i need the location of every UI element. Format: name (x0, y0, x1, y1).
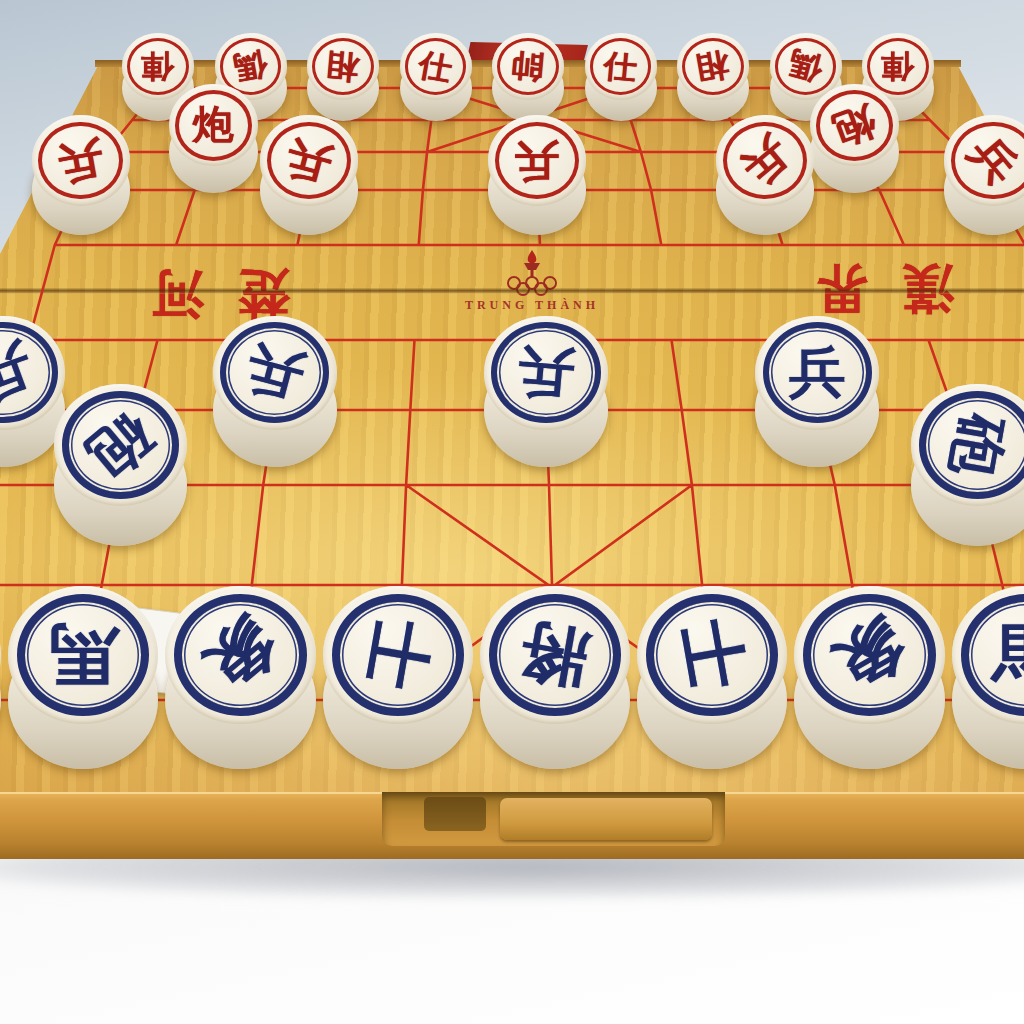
piece-character: 相 (694, 48, 732, 85)
piece-face: 相 (307, 33, 379, 99)
piece-character: 馬 (49, 622, 118, 688)
piece-red-elephant-f3[interactable]: 相 (307, 33, 379, 121)
piece-face: 將 (480, 586, 630, 724)
piece-red-advisor-f6[interactable]: 仕 (585, 33, 657, 121)
piece-character: 馬 (992, 622, 1024, 688)
piece-face: 炮 (169, 84, 258, 166)
piece-blue-horse-f2[interactable]: 馬 (8, 586, 158, 769)
piece-character: 士 (674, 615, 751, 694)
photo-scene: 楚河 漢界 TRUNG THÀNH RT G➤ 66 - 1 俥傌相仕帥仕相傌俥… (0, 0, 1024, 1024)
piece-character: 砲 (944, 410, 1012, 480)
piece-character: 兵 (515, 343, 577, 402)
piece-face: 兵 (213, 316, 337, 430)
piece-red-general-f5[interactable]: 帥 (492, 33, 564, 121)
piece-red-elephant-f7[interactable]: 相 (677, 33, 749, 121)
piece-blue-cannon-f8[interactable]: 砲 (911, 384, 1024, 546)
piece-face: 象 (794, 586, 944, 724)
piece-red-cannon-f8[interactable]: 炮 (810, 84, 899, 193)
piece-red-soldier-f1[interactable]: 兵 (32, 115, 130, 235)
piece-blue-cannon-f2[interactable]: 砲 (54, 384, 187, 546)
piece-face: 仕 (400, 33, 472, 99)
piece-blue-elephant-f3[interactable]: 象 (165, 586, 315, 769)
piece-face: 仕 (585, 33, 657, 99)
piece-character: 炮 (193, 106, 234, 145)
piece-red-cannon-f2[interactable]: 炮 (169, 84, 258, 193)
piece-character: 將 (515, 617, 594, 694)
piece-red-soldier-f3[interactable]: 兵 (260, 115, 358, 235)
piece-face: 帥 (492, 33, 564, 99)
piece-blue-horse-f8[interactable]: 馬 (952, 586, 1024, 769)
piece-blue-chariot-f1[interactable]: 車 (0, 586, 1, 769)
piece-blue-soldier-f3[interactable]: 兵 (213, 316, 337, 468)
piece-face: 士 (323, 586, 473, 724)
piece-face: 士 (637, 586, 787, 724)
piece-character: 兵 (55, 136, 107, 186)
piece-red-advisor-f4[interactable]: 仕 (400, 33, 472, 121)
piece-red-soldier-f9[interactable]: 兵 (944, 115, 1024, 235)
piece-character: 傌 (231, 48, 269, 85)
piece-blue-advisor-f6[interactable]: 士 (637, 586, 787, 769)
piece-face: 兵 (260, 115, 358, 205)
piece-face: 相 (677, 33, 749, 99)
piece-face: 兵 (755, 316, 879, 430)
piece-face: 炮 (810, 84, 899, 166)
piece-character: 帥 (510, 49, 546, 83)
piece-face: 兵 (488, 115, 586, 205)
piece-face: 兵 (716, 115, 814, 205)
piece-face: 砲 (54, 384, 187, 506)
piece-character: 仕 (416, 48, 454, 85)
piece-character: 俥 (141, 51, 174, 82)
piece-blue-general-f5[interactable]: 將 (480, 586, 630, 769)
piece-face: 馬 (8, 586, 158, 724)
piece-blue-soldier-f5[interactable]: 兵 (484, 316, 608, 468)
piece-face: 兵 (484, 316, 608, 430)
piece-character: 兵 (514, 139, 559, 182)
piece-blue-soldier-f7[interactable]: 兵 (755, 316, 879, 468)
piece-face: 兵 (32, 115, 130, 205)
piece-character: 仕 (603, 49, 639, 83)
piece-blue-advisor-f4[interactable]: 士 (323, 586, 473, 769)
piece-character: 士 (359, 615, 436, 694)
piece-character: 兵 (789, 346, 846, 400)
piece-red-soldier-f7[interactable]: 兵 (716, 115, 814, 235)
piece-face: 象 (165, 586, 315, 724)
piece-red-soldier-f5[interactable]: 兵 (488, 115, 586, 235)
piece-character: 相 (325, 49, 361, 83)
piece-character: 俥 (881, 51, 914, 82)
piece-blue-elephant-f7[interactable]: 象 (794, 586, 944, 769)
